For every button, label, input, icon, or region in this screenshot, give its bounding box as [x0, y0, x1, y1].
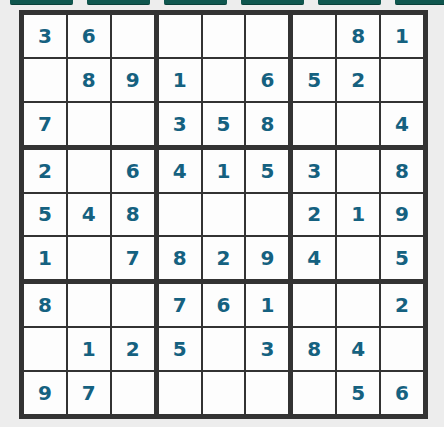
cell-r7c1[interactable]: 8	[24, 284, 66, 326]
cell-r1c4[interactable]	[159, 15, 201, 57]
cell-r6c5[interactable]: 2	[203, 237, 245, 279]
cell-r4c6[interactable]: 5	[246, 150, 288, 192]
cell-r1c3[interactable]	[112, 15, 154, 57]
cell-r9c5[interactable]	[203, 372, 245, 414]
cell-r6c3[interactable]: 7	[112, 237, 154, 279]
cell-r3c6[interactable]: 8	[246, 103, 288, 145]
cell-r1c9[interactable]: 1	[381, 15, 423, 57]
cell-r2c6[interactable]: 6	[246, 59, 288, 101]
cell-r9c3[interactable]	[112, 372, 154, 414]
screen: 3689716358815242654817415829382194581297…	[0, 0, 444, 427]
cell-r7c9[interactable]: 2	[381, 284, 423, 326]
cell-r2c8[interactable]: 2	[337, 59, 379, 101]
cell-r2c3[interactable]: 9	[112, 59, 154, 101]
toolbar	[10, 0, 444, 5]
cell-r6c7[interactable]: 4	[293, 237, 335, 279]
cell-r4c1[interactable]: 2	[24, 150, 66, 192]
cell-r7c8[interactable]	[337, 284, 379, 326]
cell-r6c6[interactable]: 9	[246, 237, 288, 279]
box-2-1: 2654817	[24, 150, 154, 280]
cell-r2c1[interactable]	[24, 59, 66, 101]
cell-r8c3[interactable]: 2	[112, 328, 154, 370]
cell-r6c8[interactable]	[337, 237, 379, 279]
cell-r3c9[interactable]: 4	[381, 103, 423, 145]
cell-r4c2[interactable]	[68, 150, 110, 192]
cell-r3c7[interactable]	[293, 103, 335, 145]
cell-r3c5[interactable]: 5	[203, 103, 245, 145]
cell-r3c3[interactable]	[112, 103, 154, 145]
cell-r2c4[interactable]: 1	[159, 59, 201, 101]
cell-r4c4[interactable]: 4	[159, 150, 201, 192]
cell-r1c5[interactable]	[203, 15, 245, 57]
cell-r3c2[interactable]	[68, 103, 110, 145]
box-2-2: 415829	[159, 150, 289, 280]
cell-r5c9[interactable]: 9	[381, 194, 423, 236]
cell-r5c4[interactable]	[159, 194, 201, 236]
cell-r6c1[interactable]: 1	[24, 237, 66, 279]
box-3-2: 76153	[159, 284, 289, 414]
box-3-3: 28456	[293, 284, 423, 414]
cell-r1c2[interactable]: 6	[68, 15, 110, 57]
cell-r9c9[interactable]: 6	[381, 372, 423, 414]
sudoku-board: 3689716358815242654817415829382194581297…	[19, 10, 428, 419]
cell-r7c5[interactable]: 6	[203, 284, 245, 326]
cell-r5c1[interactable]: 5	[24, 194, 66, 236]
cell-r8c9[interactable]	[381, 328, 423, 370]
cell-r2c2[interactable]: 8	[68, 59, 110, 101]
cell-r5c6[interactable]	[246, 194, 288, 236]
cell-r8c6[interactable]: 3	[246, 328, 288, 370]
toolbar-button-5[interactable]	[318, 0, 381, 5]
cell-r9c2[interactable]: 7	[68, 372, 110, 414]
toolbar-button-2[interactable]	[87, 0, 150, 5]
cell-r9c7[interactable]	[293, 372, 335, 414]
toolbar-button-1[interactable]	[10, 0, 73, 5]
cell-r1c7[interactable]	[293, 15, 335, 57]
cell-r6c9[interactable]: 5	[381, 237, 423, 279]
cell-r3c4[interactable]: 3	[159, 103, 201, 145]
cell-r9c4[interactable]	[159, 372, 201, 414]
toolbar-button-6[interactable]	[395, 0, 444, 5]
cell-r7c4[interactable]: 7	[159, 284, 201, 326]
box-2-3: 3821945	[293, 150, 423, 280]
cell-r4c3[interactable]: 6	[112, 150, 154, 192]
cell-r6c2[interactable]	[68, 237, 110, 279]
cell-r9c8[interactable]: 5	[337, 372, 379, 414]
cell-r4c9[interactable]: 8	[381, 150, 423, 192]
cell-r8c7[interactable]: 8	[293, 328, 335, 370]
cell-r9c1[interactable]: 9	[24, 372, 66, 414]
cell-r1c1[interactable]: 3	[24, 15, 66, 57]
cell-r5c2[interactable]: 4	[68, 194, 110, 236]
cell-r7c3[interactable]	[112, 284, 154, 326]
cell-r4c7[interactable]: 3	[293, 150, 335, 192]
cell-r9c6[interactable]	[246, 372, 288, 414]
cell-r7c6[interactable]: 1	[246, 284, 288, 326]
cell-r7c7[interactable]	[293, 284, 335, 326]
box-1-2: 16358	[159, 15, 289, 145]
cell-r1c8[interactable]: 8	[337, 15, 379, 57]
cell-r7c2[interactable]	[68, 284, 110, 326]
toolbar-button-3[interactable]	[164, 0, 227, 5]
cell-r4c8[interactable]	[337, 150, 379, 192]
toolbar-button-4[interactable]	[241, 0, 304, 5]
cell-r2c9[interactable]	[381, 59, 423, 101]
cell-r8c2[interactable]: 1	[68, 328, 110, 370]
cell-r3c8[interactable]	[337, 103, 379, 145]
cell-r8c8[interactable]: 4	[337, 328, 379, 370]
cell-r8c4[interactable]: 5	[159, 328, 201, 370]
cell-r8c5[interactable]	[203, 328, 245, 370]
cell-r5c7[interactable]: 2	[293, 194, 335, 236]
cell-r1c6[interactable]	[246, 15, 288, 57]
cell-r2c5[interactable]	[203, 59, 245, 101]
cell-r6c4[interactable]: 8	[159, 237, 201, 279]
box-1-3: 81524	[293, 15, 423, 145]
cell-r5c3[interactable]: 8	[112, 194, 154, 236]
box-3-1: 81297	[24, 284, 154, 414]
cell-r4c5[interactable]: 1	[203, 150, 245, 192]
cell-r5c5[interactable]	[203, 194, 245, 236]
cell-r3c1[interactable]: 7	[24, 103, 66, 145]
cell-r2c7[interactable]: 5	[293, 59, 335, 101]
cell-r8c1[interactable]	[24, 328, 66, 370]
box-1-1: 36897	[24, 15, 154, 145]
cell-r5c8[interactable]: 1	[337, 194, 379, 236]
